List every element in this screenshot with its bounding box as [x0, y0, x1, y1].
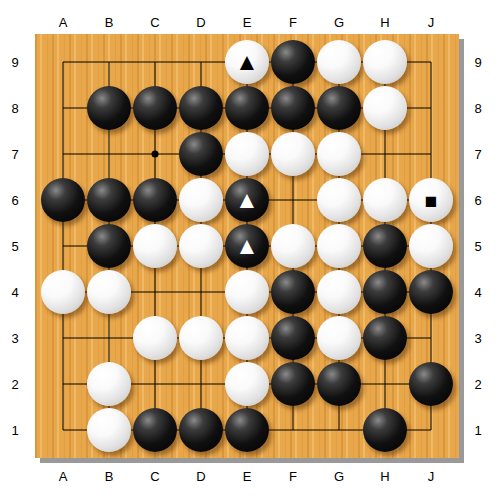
black-stone-D1 [179, 408, 223, 452]
white-stone-E4 [225, 270, 269, 314]
intersection-D3[interactable] [178, 315, 224, 361]
black-stone-C6 [133, 178, 177, 222]
row-label-9: 9 [466, 39, 490, 85]
intersection-G2[interactable] [316, 361, 362, 407]
go-board: ▲▲■▲ [35, 34, 459, 458]
row-label-6: 6 [3, 177, 27, 223]
column-label-E: E [224, 466, 270, 486]
black-stone-B6 [87, 178, 131, 222]
intersection-A2[interactable] [40, 361, 86, 407]
intersection-D2[interactable] [178, 361, 224, 407]
column-label-A: A [40, 466, 86, 486]
column-label-B: B [86, 466, 132, 486]
intersection-F4[interactable] [270, 269, 316, 315]
row-label-1: 1 [466, 407, 490, 453]
intersection-A8[interactable] [40, 85, 86, 131]
white-stone-F7 [271, 132, 315, 176]
intersection-G7[interactable] [316, 131, 362, 177]
row-label-9: 9 [3, 39, 27, 85]
intersection-B5[interactable] [86, 223, 132, 269]
white-stone-C5 [133, 224, 177, 268]
white-stone-H8 [363, 86, 407, 130]
row-label-5: 5 [466, 223, 490, 269]
intersection-B1[interactable] [86, 407, 132, 453]
black-stone-F9 [271, 40, 315, 84]
intersection-C9[interactable] [132, 39, 178, 85]
intersection-A5[interactable] [40, 223, 86, 269]
black-stone-G8 [317, 86, 361, 130]
intersection-H2[interactable] [362, 361, 408, 407]
white-stone-J6: ■ [409, 178, 453, 222]
intersection-A3[interactable] [40, 315, 86, 361]
intersection-F1[interactable] [270, 407, 316, 453]
intersection-G4[interactable] [316, 269, 362, 315]
intersection-B8[interactable] [86, 85, 132, 131]
intersection-F8[interactable] [270, 85, 316, 131]
column-labels-bottom: ABCDEFGHJ [40, 466, 454, 486]
black-stone-E1 [225, 408, 269, 452]
column-label-A: A [40, 12, 86, 32]
white-stone-E3 [225, 316, 269, 360]
white-stone-D3 [179, 316, 223, 360]
row-label-2: 2 [3, 361, 27, 407]
column-label-J: J [408, 466, 454, 486]
intersection-D8[interactable] [178, 85, 224, 131]
black-stone-G2 [317, 362, 361, 406]
intersection-J1[interactable] [408, 407, 454, 453]
column-label-D: D [178, 12, 224, 32]
white-stone-E7 [225, 132, 269, 176]
row-label-8: 8 [466, 85, 490, 131]
intersection-C3[interactable] [132, 315, 178, 361]
intersection-C1[interactable] [132, 407, 178, 453]
intersection-D4[interactable] [178, 269, 224, 315]
white-stone-H9 [363, 40, 407, 84]
column-label-J: J [408, 12, 454, 32]
black-stone-E6: ▲ [225, 178, 269, 222]
intersection-A4[interactable] [40, 269, 86, 315]
intersection-J7[interactable] [408, 131, 454, 177]
intersection-B6[interactable] [86, 177, 132, 223]
intersection-J3[interactable] [408, 315, 454, 361]
intersection-G5[interactable] [316, 223, 362, 269]
intersection-J9[interactable] [408, 39, 454, 85]
intersection-A9[interactable] [40, 39, 86, 85]
triangle-marker-icon: ▲ [235, 234, 259, 258]
intersection-E4[interactable] [224, 269, 270, 315]
row-label-3: 3 [3, 315, 27, 361]
intersection-E1[interactable] [224, 407, 270, 453]
black-stone-F2 [271, 362, 315, 406]
intersection-B7[interactable] [86, 131, 132, 177]
white-stone-E9: ▲ [225, 40, 269, 84]
column-label-B: B [86, 12, 132, 32]
column-label-G: G [316, 466, 362, 486]
white-stone-J5 [409, 224, 453, 268]
intersection-D1[interactable] [178, 407, 224, 453]
black-stone-F8 [271, 86, 315, 130]
black-stone-J4 [409, 270, 453, 314]
intersection-D7[interactable] [178, 131, 224, 177]
column-label-F: F [270, 466, 316, 486]
black-stone-J2 [409, 362, 453, 406]
intersection-C7[interactable] [132, 131, 178, 177]
row-label-5: 5 [3, 223, 27, 269]
intersection-H1[interactable] [362, 407, 408, 453]
white-stone-F5 [271, 224, 315, 268]
intersection-F6[interactable] [270, 177, 316, 223]
black-stone-C8 [133, 86, 177, 130]
square-marker-icon: ■ [425, 190, 438, 211]
white-stone-B4 [87, 270, 131, 314]
intersection-C6[interactable] [132, 177, 178, 223]
intersection-A6[interactable] [40, 177, 86, 223]
intersection-H4[interactable] [362, 269, 408, 315]
intersection-C5[interactable] [132, 223, 178, 269]
intersection-H6[interactable] [362, 177, 408, 223]
intersection-D9[interactable] [178, 39, 224, 85]
black-stone-F3 [271, 316, 315, 360]
column-label-H: H [362, 466, 408, 486]
black-stone-D8 [179, 86, 223, 130]
row-label-2: 2 [466, 361, 490, 407]
black-stone-D7 [179, 132, 223, 176]
intersection-F5[interactable] [270, 223, 316, 269]
black-stone-A6 [41, 178, 85, 222]
intersection-B4[interactable] [86, 269, 132, 315]
intersection-H9[interactable] [362, 39, 408, 85]
intersection-B9[interactable] [86, 39, 132, 85]
row-label-3: 3 [466, 315, 490, 361]
intersection-E6[interactable]: ▲ [224, 177, 270, 223]
intersection-J4[interactable] [408, 269, 454, 315]
intersection-A7[interactable] [40, 131, 86, 177]
triangle-marker-icon: ▲ [235, 50, 259, 74]
black-stone-B5 [87, 224, 131, 268]
intersection-H7[interactable] [362, 131, 408, 177]
intersection-D6[interactable] [178, 177, 224, 223]
white-stone-B2 [87, 362, 131, 406]
intersection-E5[interactable]: ▲ [224, 223, 270, 269]
intersection-G8[interactable] [316, 85, 362, 131]
intersection-A1[interactable] [40, 407, 86, 453]
intersection-B2[interactable] [86, 361, 132, 407]
row-label-4: 4 [466, 269, 490, 315]
black-stone-E5: ▲ [225, 224, 269, 268]
black-stone-E8 [225, 86, 269, 130]
column-label-C: C [132, 12, 178, 32]
intersection-J5[interactable] [408, 223, 454, 269]
white-stone-C3 [133, 316, 177, 360]
intersection-F3[interactable] [270, 315, 316, 361]
row-label-1: 1 [3, 407, 27, 453]
white-stone-H6 [363, 178, 407, 222]
intersection-E7[interactable] [224, 131, 270, 177]
intersection-F7[interactable] [270, 131, 316, 177]
intersection-C4[interactable] [132, 269, 178, 315]
column-label-E: E [224, 12, 270, 32]
white-stone-D6 [179, 178, 223, 222]
black-stone-F4 [271, 270, 315, 314]
intersection-H3[interactable] [362, 315, 408, 361]
column-label-F: F [270, 12, 316, 32]
column-labels-top: ABCDEFGHJ [40, 12, 454, 32]
row-labels-right: 987654321 [466, 39, 490, 453]
intersection-C8[interactable] [132, 85, 178, 131]
intersection-G1[interactable] [316, 407, 362, 453]
triangle-marker-icon: ▲ [235, 188, 259, 212]
intersection-E2[interactable] [224, 361, 270, 407]
black-stone-H5 [363, 224, 407, 268]
intersection-G9[interactable] [316, 39, 362, 85]
row-label-4: 4 [3, 269, 27, 315]
board-cells: ▲▲■▲ [40, 39, 454, 453]
white-stone-G4 [317, 270, 361, 314]
intersection-H8[interactable] [362, 85, 408, 131]
intersection-G3[interactable] [316, 315, 362, 361]
black-stone-H4 [363, 270, 407, 314]
intersection-J2[interactable] [408, 361, 454, 407]
go-game-screen: ABCDEFGHJ ABCDEFGHJ 987654321 987654321 … [0, 0, 500, 500]
intersection-E3[interactable] [224, 315, 270, 361]
column-label-C: C [132, 466, 178, 486]
row-label-7: 7 [466, 131, 490, 177]
intersection-E9[interactable]: ▲ [224, 39, 270, 85]
column-label-G: G [316, 12, 362, 32]
white-stone-G9 [317, 40, 361, 84]
white-stone-D5 [179, 224, 223, 268]
intersection-E8[interactable] [224, 85, 270, 131]
white-stone-A4 [41, 270, 85, 314]
intersection-F9[interactable] [270, 39, 316, 85]
row-labels-left: 987654321 [3, 39, 27, 453]
intersection-B3[interactable] [86, 315, 132, 361]
intersection-G6[interactable] [316, 177, 362, 223]
white-stone-E2 [225, 362, 269, 406]
row-label-6: 6 [466, 177, 490, 223]
white-stone-G3 [317, 316, 361, 360]
intersection-H5[interactable] [362, 223, 408, 269]
row-label-8: 8 [3, 85, 27, 131]
row-label-7: 7 [3, 131, 27, 177]
intersection-J8[interactable] [408, 85, 454, 131]
black-stone-H3 [363, 316, 407, 360]
intersection-C2[interactable] [132, 361, 178, 407]
intersection-J6[interactable]: ■ [408, 177, 454, 223]
white-stone-B1 [87, 408, 131, 452]
column-label-D: D [178, 466, 224, 486]
black-stone-H1 [363, 408, 407, 452]
black-stone-B8 [87, 86, 131, 130]
white-stone-G6 [317, 178, 361, 222]
black-stone-C1 [133, 408, 177, 452]
white-stone-G5 [317, 224, 361, 268]
column-label-H: H [362, 12, 408, 32]
intersection-D5[interactable] [178, 223, 224, 269]
white-stone-G7 [317, 132, 361, 176]
intersection-F2[interactable] [270, 361, 316, 407]
